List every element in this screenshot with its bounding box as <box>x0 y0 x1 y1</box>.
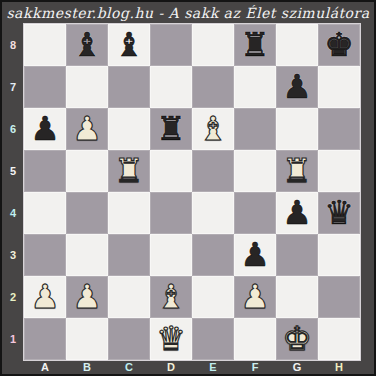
file-label-f: F <box>234 360 276 374</box>
square-c6[interactable] <box>108 108 150 150</box>
square-e8[interactable] <box>192 24 234 66</box>
rank-label-5: 5 <box>2 150 24 192</box>
black-queen-h4: ♛ <box>324 192 354 234</box>
square-f3[interactable]: ♟ <box>234 234 276 276</box>
black-bishop-b8: ♝ <box>72 24 102 66</box>
square-e5[interactable] <box>192 150 234 192</box>
square-c1[interactable] <box>108 318 150 360</box>
white-pawn-b6: ♟ <box>72 108 102 150</box>
square-a8[interactable] <box>24 24 66 66</box>
square-e6[interactable]: ♝ <box>192 108 234 150</box>
black-king-h8: ♚ <box>324 24 354 66</box>
file-label-c: C <box>108 360 150 374</box>
square-b2[interactable]: ♟ <box>66 276 108 318</box>
square-g6[interactable] <box>276 108 318 150</box>
square-g7[interactable]: ♟ <box>276 66 318 108</box>
rank-label-1: 1 <box>2 318 24 360</box>
white-bishop-e6: ♝ <box>198 108 228 150</box>
square-b5[interactable] <box>66 150 108 192</box>
square-g4[interactable]: ♟ <box>276 192 318 234</box>
file-label-e: E <box>192 360 234 374</box>
square-e3[interactable] <box>192 234 234 276</box>
square-f8[interactable]: ♜ <box>234 24 276 66</box>
board-area: 87654321 ♝♝♜♚♟♟♟♜♝♜♜♟♛♟♟♟♝♟♛♚ <box>2 24 374 360</box>
black-pawn-a6: ♟ <box>30 108 60 150</box>
square-d4[interactable] <box>150 192 192 234</box>
black-bishop-c8: ♝ <box>114 24 144 66</box>
square-a5[interactable] <box>24 150 66 192</box>
square-a3[interactable] <box>24 234 66 276</box>
square-g1[interactable]: ♚ <box>276 318 318 360</box>
square-f7[interactable] <box>234 66 276 108</box>
white-pawn-b2: ♟ <box>72 276 102 318</box>
square-h6[interactable] <box>318 108 360 150</box>
file-label-d: D <box>150 360 192 374</box>
square-c8[interactable]: ♝ <box>108 24 150 66</box>
square-f2[interactable]: ♟ <box>234 276 276 318</box>
white-pawn-f2: ♟ <box>240 276 270 318</box>
board: ♝♝♜♚♟♟♟♜♝♜♜♟♛♟♟♟♝♟♛♚ <box>24 24 360 360</box>
square-g8[interactable] <box>276 24 318 66</box>
square-b3[interactable] <box>66 234 108 276</box>
file-label-g: G <box>276 360 318 374</box>
square-b4[interactable] <box>66 192 108 234</box>
square-d8[interactable] <box>150 24 192 66</box>
file-label-b: B <box>66 360 108 374</box>
square-f6[interactable] <box>234 108 276 150</box>
square-a4[interactable] <box>24 192 66 234</box>
black-rook-f8: ♜ <box>240 24 270 66</box>
white-rook-c5: ♜ <box>114 150 144 192</box>
square-b6[interactable]: ♟ <box>66 108 108 150</box>
square-h5[interactable] <box>318 150 360 192</box>
white-pawn-a2: ♟ <box>30 276 60 318</box>
square-d7[interactable] <box>150 66 192 108</box>
square-h4[interactable]: ♛ <box>318 192 360 234</box>
square-d2[interactable]: ♝ <box>150 276 192 318</box>
white-king-g1: ♚ <box>282 318 312 360</box>
square-g5[interactable]: ♜ <box>276 150 318 192</box>
rank-labels: 87654321 <box>2 24 24 360</box>
square-c3[interactable] <box>108 234 150 276</box>
square-c2[interactable] <box>108 276 150 318</box>
file-label-h: H <box>318 360 360 374</box>
square-a1[interactable] <box>24 318 66 360</box>
square-c4[interactable] <box>108 192 150 234</box>
rank-label-7: 7 <box>2 66 24 108</box>
square-d6[interactable]: ♜ <box>150 108 192 150</box>
square-f1[interactable] <box>234 318 276 360</box>
square-b7[interactable] <box>66 66 108 108</box>
square-b8[interactable]: ♝ <box>66 24 108 66</box>
square-a6[interactable]: ♟ <box>24 108 66 150</box>
square-h3[interactable] <box>318 234 360 276</box>
square-h7[interactable] <box>318 66 360 108</box>
rank-label-8: 8 <box>2 24 24 66</box>
file-labels: ABCDEFGH <box>24 360 360 374</box>
black-pawn-g4: ♟ <box>282 192 312 234</box>
square-d3[interactable] <box>150 234 192 276</box>
square-f5[interactable] <box>234 150 276 192</box>
rank-label-2: 2 <box>2 276 24 318</box>
square-g2[interactable] <box>276 276 318 318</box>
chess-app-window: sakkmester.blog.hu - A sakk az Élet szim… <box>0 0 376 376</box>
white-rook-g5: ♜ <box>282 150 312 192</box>
square-g3[interactable] <box>276 234 318 276</box>
rank-label-3: 3 <box>2 234 24 276</box>
window-title: sakkmester.blog.hu - A sakk az Élet szim… <box>2 2 374 24</box>
square-a7[interactable] <box>24 66 66 108</box>
square-d5[interactable] <box>150 150 192 192</box>
square-b1[interactable] <box>66 318 108 360</box>
square-e7[interactable] <box>192 66 234 108</box>
rank-label-4: 4 <box>2 192 24 234</box>
black-rook-d6: ♜ <box>156 108 186 150</box>
square-h8[interactable]: ♚ <box>318 24 360 66</box>
square-d1[interactable]: ♛ <box>150 318 192 360</box>
white-bishop-d2: ♝ <box>156 276 186 318</box>
black-pawn-f3: ♟ <box>240 234 270 276</box>
white-queen-d1: ♛ <box>156 318 186 360</box>
file-label-a: A <box>24 360 66 374</box>
black-pawn-g7: ♟ <box>282 66 312 108</box>
square-h1[interactable] <box>318 318 360 360</box>
square-f4[interactable] <box>234 192 276 234</box>
square-e4[interactable] <box>192 192 234 234</box>
square-a2[interactable]: ♟ <box>24 276 66 318</box>
square-e1[interactable] <box>192 318 234 360</box>
square-h2[interactable] <box>318 276 360 318</box>
square-e2[interactable] <box>192 276 234 318</box>
square-c7[interactable] <box>108 66 150 108</box>
square-c5[interactable]: ♜ <box>108 150 150 192</box>
rank-label-6: 6 <box>2 108 24 150</box>
